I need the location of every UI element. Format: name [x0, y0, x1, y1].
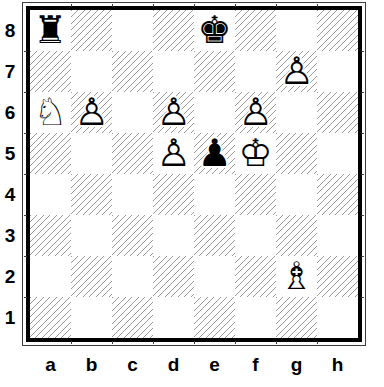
- square-f2[interactable]: [235, 256, 276, 297]
- board-grid: ♜♜♚♚♟♙♞♘♟♙♟♙♟♙♟♙♟♟♚♔♝♗: [30, 10, 358, 338]
- square-g3[interactable]: [276, 215, 317, 256]
- rank-labels: 87654321: [0, 10, 20, 338]
- piece-white-pawn: ♟♙: [71, 92, 112, 133]
- piece-white-pawn: ♟♙: [276, 51, 317, 92]
- square-c6[interactable]: [112, 92, 153, 133]
- square-g4[interactable]: [276, 174, 317, 215]
- square-c2[interactable]: [112, 256, 153, 297]
- square-b7[interactable]: [71, 51, 112, 92]
- square-e7[interactable]: [194, 51, 235, 92]
- square-b6[interactable]: ♟♙: [71, 92, 112, 133]
- piece-black-pawn: ♟♟: [194, 133, 235, 174]
- rank-label-1: 1: [0, 297, 20, 338]
- square-a3[interactable]: [30, 215, 71, 256]
- square-e4[interactable]: [194, 174, 235, 215]
- square-c7[interactable]: [112, 51, 153, 92]
- piece-glyph: ♘: [30, 92, 71, 133]
- square-c1[interactable]: [112, 297, 153, 338]
- square-f5[interactable]: ♚♔: [235, 133, 276, 174]
- piece-glyph: ♙: [71, 92, 112, 133]
- rank-label-2: 2: [0, 256, 20, 297]
- square-g2[interactable]: ♝♗: [276, 256, 317, 297]
- square-f3[interactable]: [235, 215, 276, 256]
- piece-white-knight: ♞♘: [30, 92, 71, 133]
- square-c8[interactable]: [112, 10, 153, 51]
- piece-glyph: ♙: [276, 51, 317, 92]
- square-d5[interactable]: ♟♙: [153, 133, 194, 174]
- square-h5[interactable]: [317, 133, 358, 174]
- square-c4[interactable]: [112, 174, 153, 215]
- square-d7[interactable]: [153, 51, 194, 92]
- file-label-a: a: [30, 351, 71, 379]
- rank-label-4: 4: [0, 174, 20, 215]
- square-f4[interactable]: [235, 174, 276, 215]
- board-frame: ♜♜♚♚♟♙♞♘♟♙♟♙♟♙♟♙♟♟♚♔♝♗: [22, 2, 366, 346]
- square-e8[interactable]: ♚♚: [194, 10, 235, 51]
- square-e6[interactable]: [194, 92, 235, 133]
- file-label-f: f: [235, 351, 276, 379]
- square-b1[interactable]: [71, 297, 112, 338]
- file-label-h: h: [317, 351, 358, 379]
- square-h2[interactable]: [317, 256, 358, 297]
- piece-glyph: ♙: [153, 92, 194, 133]
- square-h6[interactable]: [317, 92, 358, 133]
- square-h8[interactable]: [317, 10, 358, 51]
- chess-diagram: 87654321 ♜♜♚♚♟♙♞♘♟♙♟♙♟♙♟♙♟♟♚♔♝♗ abcdefgh: [0, 0, 384, 387]
- square-d2[interactable]: [153, 256, 194, 297]
- piece-black-rook: ♜♜: [30, 10, 71, 51]
- square-a5[interactable]: [30, 133, 71, 174]
- square-h4[interactable]: [317, 174, 358, 215]
- piece-glyph: ♔: [235, 133, 276, 174]
- square-a1[interactable]: [30, 297, 71, 338]
- file-label-b: b: [71, 351, 112, 379]
- file-label-d: d: [153, 351, 194, 379]
- square-a6[interactable]: ♞♘: [30, 92, 71, 133]
- square-f8[interactable]: [235, 10, 276, 51]
- piece-glyph: ♟: [194, 133, 235, 174]
- square-e1[interactable]: [194, 297, 235, 338]
- square-g8[interactable]: [276, 10, 317, 51]
- square-d8[interactable]: [153, 10, 194, 51]
- square-b4[interactable]: [71, 174, 112, 215]
- square-c5[interactable]: [112, 133, 153, 174]
- square-d1[interactable]: [153, 297, 194, 338]
- square-e5[interactable]: ♟♟: [194, 133, 235, 174]
- rank-label-5: 5: [0, 133, 20, 174]
- square-g7[interactable]: ♟♙: [276, 51, 317, 92]
- square-b2[interactable]: [71, 256, 112, 297]
- square-e3[interactable]: [194, 215, 235, 256]
- rank-label-3: 3: [0, 215, 20, 256]
- piece-glyph: ♙: [235, 92, 276, 133]
- board-border: ♜♜♚♚♟♙♞♘♟♙♟♙♟♙♟♙♟♟♚♔♝♗: [26, 6, 362, 342]
- file-labels: abcdefgh: [30, 351, 358, 379]
- rank-label-7: 7: [0, 51, 20, 92]
- square-a8[interactable]: ♜♜: [30, 10, 71, 51]
- square-h3[interactable]: [317, 215, 358, 256]
- square-f7[interactable]: [235, 51, 276, 92]
- square-a4[interactable]: [30, 174, 71, 215]
- square-b5[interactable]: [71, 133, 112, 174]
- piece-glyph: ♙: [153, 133, 194, 174]
- square-b3[interactable]: [71, 215, 112, 256]
- piece-black-king: ♚♚: [194, 10, 235, 51]
- piece-white-pawn: ♟♙: [235, 92, 276, 133]
- piece-white-pawn: ♟♙: [153, 92, 194, 133]
- piece-glyph: ♚: [194, 10, 235, 51]
- square-d6[interactable]: ♟♙: [153, 92, 194, 133]
- square-h7[interactable]: [317, 51, 358, 92]
- piece-glyph: ♗: [276, 256, 317, 297]
- square-g5[interactable]: [276, 133, 317, 174]
- square-f6[interactable]: ♟♙: [235, 92, 276, 133]
- square-b8[interactable]: [71, 10, 112, 51]
- square-h1[interactable]: [317, 297, 358, 338]
- square-e2[interactable]: [194, 256, 235, 297]
- rank-label-8: 8: [0, 10, 20, 51]
- file-label-e: e: [194, 351, 235, 379]
- square-a7[interactable]: [30, 51, 71, 92]
- square-a2[interactable]: [30, 256, 71, 297]
- rank-label-6: 6: [0, 92, 20, 133]
- square-g1[interactable]: [276, 297, 317, 338]
- piece-white-king: ♚♔: [235, 133, 276, 174]
- piece-white-bishop: ♝♗: [276, 256, 317, 297]
- square-g6[interactable]: [276, 92, 317, 133]
- file-label-g: g: [276, 351, 317, 379]
- square-d4[interactable]: [153, 174, 194, 215]
- square-c3[interactable]: [112, 215, 153, 256]
- piece-glyph: ♜: [30, 10, 71, 51]
- square-d3[interactable]: [153, 215, 194, 256]
- file-label-c: c: [112, 351, 153, 379]
- piece-white-pawn: ♟♙: [153, 133, 194, 174]
- square-f1[interactable]: [235, 297, 276, 338]
